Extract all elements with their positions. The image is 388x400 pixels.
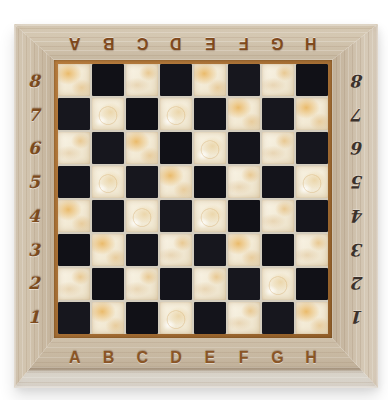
squares-grid [58, 64, 328, 334]
square-f2 [228, 268, 260, 300]
rank-label-left-1-glyph: 1 [28, 307, 40, 327]
rank-label-left-2: 2 [17, 267, 51, 301]
right-rank-labels: 87654321 [340, 64, 376, 334]
inner-border [54, 60, 332, 338]
square-c4 [126, 200, 158, 232]
square-b2 [92, 268, 124, 300]
square-b5 [92, 166, 124, 198]
rank-label-left-3-glyph: 3 [28, 240, 40, 260]
file-label-top-H-glyph: H [305, 34, 317, 52]
file-label-top-D: D [159, 30, 193, 56]
frame-bottom [14, 338, 378, 388]
rank-label-left-4: 4 [17, 199, 51, 233]
square-h6 [296, 132, 328, 164]
square-e2 [194, 268, 226, 300]
file-label-top-C-glyph: C [137, 34, 149, 52]
square-d5 [160, 166, 192, 198]
file-label-bottom-D-glyph: D [170, 349, 182, 367]
square-h2 [296, 268, 328, 300]
square-g2 [262, 268, 294, 300]
rank-label-right-1: 1 [340, 300, 376, 334]
file-label-bottom-D: D [159, 345, 193, 371]
square-b8 [92, 64, 124, 96]
square-g7 [262, 98, 294, 130]
file-label-bottom-A-glyph: A [69, 349, 81, 367]
frame-right [332, 24, 378, 388]
file-label-bottom-B-glyph: B [103, 349, 115, 367]
square-b6 [92, 132, 124, 164]
square-g1 [262, 302, 294, 334]
square-f1 [228, 302, 260, 334]
file-label-top-H: H [294, 30, 328, 56]
square-c2 [126, 268, 158, 300]
square-c8 [126, 64, 158, 96]
square-e8 [194, 64, 226, 96]
rank-label-right-4-glyph: 4 [352, 206, 364, 226]
board-photo: ABCDEFGH ABCDEFGH 87654321 87654321 [0, 0, 388, 400]
rank-label-left-7-glyph: 7 [28, 105, 40, 125]
square-b7 [92, 98, 124, 130]
square-a8 [58, 64, 90, 96]
rank-label-left-5-glyph: 5 [28, 172, 40, 192]
file-label-bottom-G-glyph: G [271, 349, 283, 367]
rank-label-right-2: 2 [340, 267, 376, 301]
square-c6 [126, 132, 158, 164]
square-a5 [58, 166, 90, 198]
square-f5 [228, 166, 260, 198]
square-g8 [262, 64, 294, 96]
square-g5 [262, 166, 294, 198]
square-h8 [296, 64, 328, 96]
rank-label-right-6-glyph: 6 [352, 138, 364, 158]
rank-label-right-7: 7 [340, 98, 376, 132]
bottom-file-labels: ABCDEFGH [58, 345, 328, 371]
file-label-bottom-H-glyph: H [305, 349, 317, 367]
rank-label-right-8-glyph: 8 [352, 71, 364, 91]
rank-label-right-3-glyph: 3 [352, 240, 364, 260]
square-d7 [160, 98, 192, 130]
square-d6 [160, 132, 192, 164]
chess-board: ABCDEFGH ABCDEFGH 87654321 87654321 [14, 24, 378, 388]
square-d4 [160, 200, 192, 232]
square-g3 [262, 234, 294, 266]
rank-label-left-3: 3 [17, 233, 51, 267]
rank-label-left-7: 7 [17, 98, 51, 132]
rank-label-left-1: 1 [17, 300, 51, 334]
square-f7 [228, 98, 260, 130]
square-e7 [194, 98, 226, 130]
square-c3 [126, 234, 158, 266]
square-g4 [262, 200, 294, 232]
rank-label-right-7-glyph: 7 [352, 105, 364, 125]
square-a2 [58, 268, 90, 300]
file-label-top-A-glyph: A [69, 34, 81, 52]
square-a7 [58, 98, 90, 130]
square-f6 [228, 132, 260, 164]
file-label-bottom-H: H [294, 345, 328, 371]
file-label-bottom-E: E [193, 345, 227, 371]
file-label-bottom-C: C [126, 345, 160, 371]
square-e5 [194, 166, 226, 198]
square-a4 [58, 200, 90, 232]
file-label-top-D-glyph: D [170, 34, 182, 52]
frame-top [14, 24, 378, 60]
rank-label-left-8: 8 [17, 64, 51, 98]
file-label-top-E-glyph: E [205, 34, 216, 52]
rank-label-right-8: 8 [340, 64, 376, 98]
rank-label-right-6: 6 [340, 132, 376, 166]
file-label-bottom-B: B [92, 345, 126, 371]
top-file-labels: ABCDEFGH [58, 30, 328, 56]
square-g6 [262, 132, 294, 164]
file-label-bottom-F-glyph: F [239, 349, 249, 367]
square-d1 [160, 302, 192, 334]
square-d3 [160, 234, 192, 266]
file-label-top-B: B [92, 30, 126, 56]
square-h3 [296, 234, 328, 266]
file-label-top-C: C [126, 30, 160, 56]
rank-label-right-2-glyph: 2 [352, 273, 364, 293]
file-label-top-A: A [58, 30, 92, 56]
file-label-bottom-A: A [58, 345, 92, 371]
file-label-bottom-F: F [227, 345, 261, 371]
square-c7 [126, 98, 158, 130]
file-label-top-B-glyph: B [103, 34, 115, 52]
square-h5 [296, 166, 328, 198]
square-h1 [296, 302, 328, 334]
file-label-bottom-C-glyph: C [137, 349, 149, 367]
square-f8 [228, 64, 260, 96]
square-c1 [126, 302, 158, 334]
file-label-bottom-G: G [261, 345, 295, 371]
square-b4 [92, 200, 124, 232]
file-label-top-F-glyph: F [239, 34, 249, 52]
square-e3 [194, 234, 226, 266]
square-h7 [296, 98, 328, 130]
rank-label-left-2-glyph: 2 [28, 273, 40, 293]
square-e1 [194, 302, 226, 334]
rank-label-left-8-glyph: 8 [28, 71, 40, 91]
rank-label-right-1-glyph: 1 [352, 307, 364, 327]
file-label-top-F: F [227, 30, 261, 56]
file-label-top-G-glyph: G [271, 34, 283, 52]
square-a6 [58, 132, 90, 164]
rank-label-right-4: 4 [340, 199, 376, 233]
rank-label-right-5-glyph: 5 [352, 172, 364, 192]
rank-label-left-6: 6 [17, 132, 51, 166]
square-f3 [228, 234, 260, 266]
square-a3 [58, 234, 90, 266]
rank-label-left-4-glyph: 4 [28, 206, 40, 226]
square-h4 [296, 200, 328, 232]
frame-left [14, 24, 54, 388]
rank-label-right-3: 3 [340, 233, 376, 267]
square-e4 [194, 200, 226, 232]
rank-label-right-5: 5 [340, 165, 376, 199]
square-c5 [126, 166, 158, 198]
square-b1 [92, 302, 124, 334]
square-d2 [160, 268, 192, 300]
square-b3 [92, 234, 124, 266]
square-f4 [228, 200, 260, 232]
file-label-bottom-E-glyph: E [205, 349, 216, 367]
rank-label-left-6-glyph: 6 [28, 138, 40, 158]
square-a1 [58, 302, 90, 334]
square-d8 [160, 64, 192, 96]
left-rank-labels: 87654321 [17, 64, 51, 334]
file-label-top-G: G [261, 30, 295, 56]
file-label-top-E: E [193, 30, 227, 56]
rank-label-left-5: 5 [17, 165, 51, 199]
square-e6 [194, 132, 226, 164]
